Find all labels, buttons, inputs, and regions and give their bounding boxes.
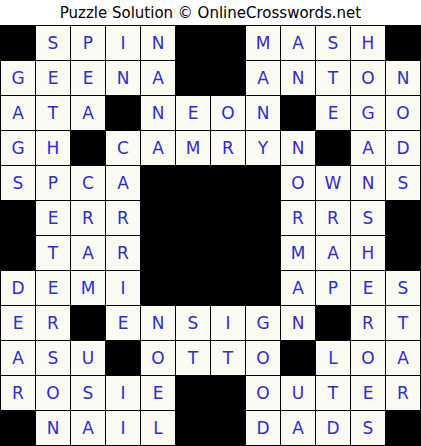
black-cell — [386, 236, 420, 270]
letter-cell[interactable]: A — [386, 341, 420, 375]
letter-cell[interactable]: T — [36, 96, 70, 130]
black-cell — [211, 166, 245, 200]
black-cell — [1, 411, 35, 445]
letter-cell[interactable]: N — [141, 96, 175, 130]
black-cell — [176, 166, 210, 200]
letter-cell[interactable]: O — [141, 341, 175, 375]
black-cell — [1, 236, 35, 270]
letter-cell[interactable]: P — [36, 166, 70, 200]
letter-cell[interactable]: D — [246, 411, 280, 445]
letter-cell[interactable]: A — [141, 61, 175, 95]
letter-cell[interactable]: L — [316, 341, 350, 375]
letter-cell[interactable]: A — [1, 341, 35, 375]
black-cell — [246, 166, 280, 200]
page-title: Puzzle Solution © OnlineCrosswords.net — [60, 4, 361, 22]
letter-cell[interactable]: E — [351, 271, 385, 305]
letter-cell[interactable]: S — [36, 26, 70, 60]
black-cell — [176, 376, 210, 410]
letter-cell[interactable]: U — [71, 341, 105, 375]
letter-cell[interactable]: N — [281, 61, 315, 95]
letter-cell[interactable]: N — [281, 306, 315, 340]
black-cell — [1, 26, 35, 60]
black-cell — [176, 271, 210, 305]
letter-cell[interactable]: I — [106, 376, 140, 410]
letter-cell[interactable]: U — [281, 376, 315, 410]
letter-cell[interactable]: A — [71, 411, 105, 445]
letter-cell[interactable]: O — [211, 96, 245, 130]
black-cell — [141, 271, 175, 305]
letter-cell[interactable]: R — [71, 201, 105, 235]
letter-cell[interactable]: A — [71, 96, 105, 130]
letter-cell[interactable]: N — [351, 166, 385, 200]
letter-cell[interactable]: S — [176, 306, 210, 340]
letter-cell[interactable]: O — [351, 61, 385, 95]
letter-cell[interactable]: E — [316, 96, 350, 130]
letter-cell[interactable]: D — [1, 271, 35, 305]
black-cell — [281, 96, 315, 130]
letter-cell[interactable]: P — [71, 26, 105, 60]
letter-cell[interactable]: C — [71, 166, 105, 200]
letter-cell[interactable]: R — [316, 201, 350, 235]
letter-cell[interactable]: H — [351, 236, 385, 270]
black-cell — [281, 341, 315, 375]
letter-cell[interactable]: A — [281, 271, 315, 305]
black-cell — [246, 236, 280, 270]
letter-cell[interactable]: S — [316, 26, 350, 60]
letter-cell[interactable]: L — [141, 411, 175, 445]
letter-cell[interactable]: N — [141, 26, 175, 60]
black-cell — [71, 306, 105, 340]
letter-cell[interactable]: R — [106, 201, 140, 235]
letter-cell[interactable]: W — [316, 166, 350, 200]
letter-cell[interactable]: N — [141, 306, 175, 340]
letter-cell[interactable]: A — [281, 26, 315, 60]
letter-cell[interactable]: S — [386, 271, 420, 305]
letter-cell[interactable]: D — [386, 131, 420, 165]
letter-cell[interactable]: M — [176, 131, 210, 165]
letter-cell[interactable]: A — [106, 166, 140, 200]
letter-cell[interactable]: N — [281, 131, 315, 165]
letter-cell[interactable]: O — [386, 96, 420, 130]
letter-cell[interactable]: D — [316, 411, 350, 445]
black-cell — [141, 201, 175, 235]
letter-cell[interactable]: A — [246, 61, 280, 95]
black-cell — [176, 26, 210, 60]
black-cell — [246, 271, 280, 305]
letter-cell[interactable]: R — [36, 306, 70, 340]
letter-cell[interactable]: T — [211, 341, 245, 375]
letter-cell[interactable]: N — [106, 61, 140, 95]
letter-cell[interactable]: N — [36, 411, 70, 445]
letter-cell[interactable]: N — [386, 61, 420, 95]
black-cell — [176, 201, 210, 235]
black-cell — [176, 61, 210, 95]
black-cell — [141, 166, 175, 200]
letter-cell[interactable]: S — [71, 376, 105, 410]
letter-cell[interactable]: G — [246, 306, 280, 340]
letter-cell[interactable]: E — [176, 96, 210, 130]
black-cell — [211, 236, 245, 270]
letter-cell[interactable]: R — [211, 131, 245, 165]
black-cell — [211, 271, 245, 305]
letter-cell[interactable]: O — [351, 341, 385, 375]
letter-cell[interactable]: S — [351, 201, 385, 235]
letter-cell[interactable]: I — [211, 306, 245, 340]
letter-cell[interactable]: E — [351, 376, 385, 410]
letter-cell[interactable]: A — [141, 131, 175, 165]
letter-cell[interactable]: T — [36, 236, 70, 270]
letter-cell[interactable]: E — [36, 271, 70, 305]
black-cell — [316, 306, 350, 340]
black-cell — [246, 201, 280, 235]
black-cell — [1, 201, 35, 235]
letter-cell[interactable]: A — [316, 236, 350, 270]
letter-cell[interactable]: E — [106, 306, 140, 340]
letter-cell[interactable]: R — [351, 306, 385, 340]
black-cell — [141, 236, 175, 270]
letter-cell[interactable]: G — [1, 61, 35, 95]
crossword-grid: SPINMASHGEENAANTONATANEONEGOGHCAMRYNADSP… — [0, 25, 421, 446]
letter-cell[interactable]: I — [106, 271, 140, 305]
black-cell — [176, 236, 210, 270]
letter-cell[interactable]: R — [281, 201, 315, 235]
letter-cell[interactable]: O — [246, 341, 280, 375]
black-cell — [211, 61, 245, 95]
black-cell — [106, 96, 140, 130]
letter-cell[interactable]: O — [36, 376, 70, 410]
letter-cell[interactable]: E — [36, 201, 70, 235]
letter-cell[interactable]: A — [351, 131, 385, 165]
letter-cell[interactable]: R — [106, 236, 140, 270]
black-cell — [106, 341, 140, 375]
letter-cell[interactable]: G — [1, 131, 35, 165]
letter-cell[interactable]: H — [36, 131, 70, 165]
letter-cell[interactable]: I — [106, 26, 140, 60]
letter-cell[interactable]: P — [316, 271, 350, 305]
letter-cell[interactable]: E — [1, 306, 35, 340]
black-cell — [316, 131, 350, 165]
black-cell — [211, 201, 245, 235]
black-cell — [176, 411, 210, 445]
letter-cell[interactable]: O — [246, 376, 280, 410]
letter-cell[interactable]: T — [316, 376, 350, 410]
letter-cell[interactable]: S — [1, 166, 35, 200]
letter-cell[interactable]: A — [281, 411, 315, 445]
letter-cell[interactable]: S — [351, 411, 385, 445]
letter-cell[interactable]: R — [1, 376, 35, 410]
letter-cell[interactable]: C — [106, 131, 140, 165]
black-cell — [211, 411, 245, 445]
letter-cell[interactable]: Y — [246, 131, 280, 165]
letter-cell[interactable]: T — [386, 306, 420, 340]
black-cell — [386, 26, 420, 60]
letter-cell[interactable]: N — [246, 96, 280, 130]
letter-cell[interactable]: M — [246, 26, 280, 60]
letter-cell[interactable]: O — [281, 166, 315, 200]
black-cell — [211, 376, 245, 410]
puzzle-solution-page: Puzzle Solution © OnlineCrosswords.net S… — [0, 0, 421, 446]
letter-cell[interactable]: S — [36, 341, 70, 375]
letter-cell[interactable]: S — [386, 166, 420, 200]
letter-cell[interactable]: M — [71, 271, 105, 305]
letter-cell[interactable]: E — [36, 61, 70, 95]
letter-cell[interactable]: G — [351, 96, 385, 130]
letter-cell[interactable]: H — [351, 26, 385, 60]
letter-cell[interactable]: E — [141, 376, 175, 410]
letter-cell[interactable]: T — [316, 61, 350, 95]
black-cell — [386, 411, 420, 445]
letter-cell[interactable]: A — [71, 236, 105, 270]
letter-cell[interactable]: A — [1, 96, 35, 130]
title-bar: Puzzle Solution © OnlineCrosswords.net — [0, 0, 421, 25]
black-cell — [211, 26, 245, 60]
black-cell — [386, 201, 420, 235]
letter-cell[interactable]: T — [176, 341, 210, 375]
letter-cell[interactable]: M — [281, 236, 315, 270]
letter-cell[interactable]: E — [71, 61, 105, 95]
letter-cell[interactable]: R — [386, 376, 420, 410]
black-cell — [71, 131, 105, 165]
letter-cell[interactable]: I — [106, 411, 140, 445]
